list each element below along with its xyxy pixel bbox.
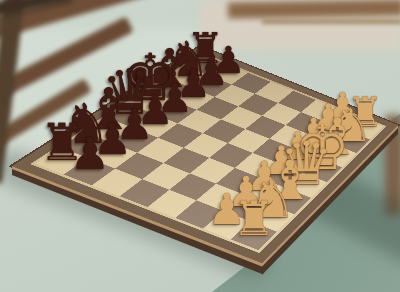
wall-wood-band	[228, 0, 400, 19]
chess-photo-scene: ♜♞♝♛♚♝♞♜♟♟♟♟♟♟♟♟♟♟♟♟♟♟♟♟♜♞♝♛♚♝♞♜	[0, 0, 400, 292]
piece-black-pawn-a7[interactable]: ♟	[70, 133, 110, 178]
wall-trim-line	[262, 19, 400, 24]
piece-white-rook-a1[interactable]: ♜	[233, 194, 276, 242]
